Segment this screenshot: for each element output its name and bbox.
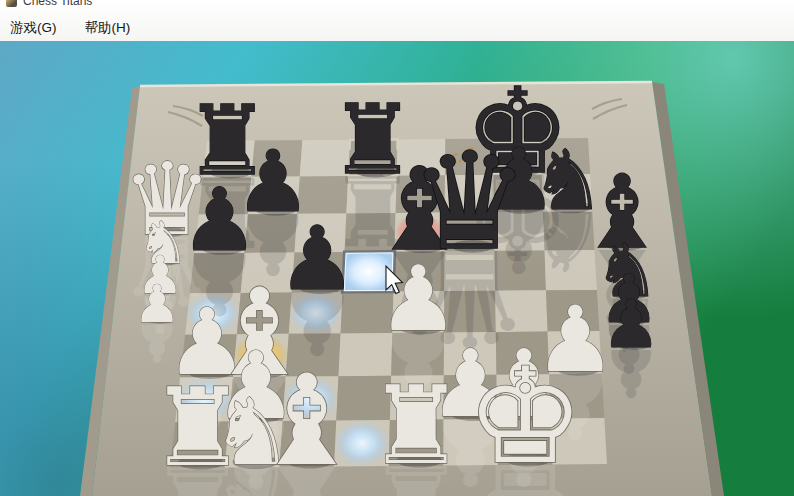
game-scene: ♛♛♞♞♟♟♟♟♝♝♞♞♟♟♟♟ ♜♜♜♜♚♚♟♟♟♟♞♞♟♟♝♝♛♛♟♟♟♟♟… — [0, 0, 794, 496]
piece-white-king-g1[interactable]: ♚ — [466, 339, 584, 493]
piece-white-rook-e1[interactable]: ♜ — [368, 363, 465, 488]
app-icon — [6, 0, 17, 7]
menu-bar: 游戏(G) 帮助(H) — [7, 19, 133, 37]
window-title: Chess Titans — [23, 0, 92, 8]
menu-game[interactable]: 游戏(G) — [7, 19, 60, 37]
title-bar: Chess Titans — [6, 0, 92, 9]
piece-black-knight-h7[interactable]: ♞ — [530, 132, 604, 229]
menu-help[interactable]: 帮助(H) — [82, 19, 134, 37]
piece-white-bishop-c1[interactable]: ♝ — [251, 348, 363, 493]
window-chrome: Chess Titans 游戏(G) 帮助(H) — [0, 0, 794, 41]
piece-black-pawn-a6[interactable]: ♟ — [181, 169, 259, 271]
